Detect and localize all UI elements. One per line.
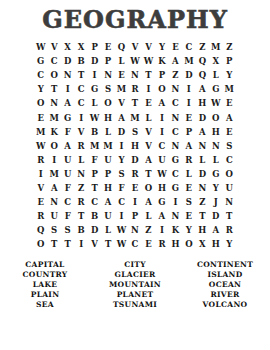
grid-cell[interactable]: O [34,96,47,110]
worksheet-page: GEOGRAPHY WVXXPEQVVYECZMZGCDBDPLWWKAMQXP… [0,0,270,350]
grid-cell[interactable]: D [182,68,195,82]
grid-cell[interactable]: N [47,195,60,209]
grid-cell[interactable]: U [61,167,74,181]
grid-cell[interactable]: A [209,223,222,237]
grid-cell[interactable]: O [47,139,60,153]
grid-cell[interactable]: X [61,40,74,54]
grid-cell[interactable]: T [74,68,87,82]
grid-cell[interactable]: V [74,125,87,139]
grid-cell[interactable]: O [47,68,60,82]
grid-cell[interactable]: Z [196,40,209,54]
grid-cell[interactable]: T [61,237,74,251]
grid-cell[interactable]: Z [74,181,87,195]
grid-cell[interactable]: L [196,153,209,167]
grid-cell[interactable]: A [142,195,155,209]
grid-cell[interactable]: T [142,68,155,82]
grid-cell[interactable]: Y [155,40,168,54]
grid-cell[interactable]: V [88,237,101,251]
grid-cell[interactable]: A [223,110,236,124]
grid-cell[interactable]: D [128,153,141,167]
grid-cell[interactable]: K [155,54,168,68]
grid-cell[interactable]: H [101,181,114,195]
word-list-item: RIVER [180,290,270,300]
grid-cell[interactable]: X [74,40,87,54]
grid-cell[interactable]: I [142,82,155,96]
word-list-item: VOLCANO [180,300,270,310]
grid-cell[interactable]: I [115,209,128,223]
grid-cell[interactable]: I [74,110,87,124]
grid-cell[interactable]: L [142,110,155,124]
grid-cell[interactable]: D [61,54,74,68]
grid-cell[interactable]: E [142,237,155,251]
grid-cell[interactable]: F [88,153,101,167]
grid-cell[interactable]: V [142,125,155,139]
grid-cell[interactable]: N [196,181,209,195]
grid-cell[interactable]: P [182,125,195,139]
grid-cell[interactable]: A [155,209,168,223]
grid-cell[interactable]: H [209,237,222,251]
grid-cell[interactable]: W [209,96,222,110]
grid-cell[interactable]: R [182,153,195,167]
grid-cell[interactable]: V [142,40,155,54]
grid-cell[interactable]: R [34,209,47,223]
grid-cell[interactable]: A [61,139,74,153]
grid-cell[interactable]: P [101,54,114,68]
word-list-item: OCEAN [180,280,270,290]
grid-cell[interactable]: G [169,181,182,195]
grid-cell[interactable]: W [115,223,128,237]
grid-cell[interactable]: T [142,167,155,181]
grid-cell[interactable]: O [223,167,236,181]
grid-cell[interactable]: S [101,82,114,96]
grid-cell[interactable]: O [34,237,47,251]
grid-cell[interactable]: E [34,195,47,209]
grid-cell[interactable]: N [128,223,141,237]
grid-cell[interactable]: D [115,125,128,139]
grid-cell[interactable]: G [209,82,222,96]
grid-cell[interactable]: G [88,82,101,96]
grid-cell[interactable]: U [155,153,168,167]
grid-cell[interactable]: L [101,223,114,237]
grid-cell[interactable]: P [88,167,101,181]
word-list-item: GLACIER [90,270,180,280]
grid-cell[interactable]: E [142,96,155,110]
grid-cell[interactable]: P [223,54,236,68]
grid-cell[interactable]: T [128,96,141,110]
grid-cell[interactable]: N [169,110,182,124]
grid-cell[interactable]: L [209,153,222,167]
grid-cell[interactable]: V [128,40,141,54]
grid-cell[interactable]: L [74,153,87,167]
grid-cell[interactable]: C [88,195,101,209]
grid-cell[interactable]: A [115,110,128,124]
grid-cell[interactable]: V [115,96,128,110]
grid-cell[interactable]: B [88,209,101,223]
grid-cell[interactable]: C [169,125,182,139]
grid-cell[interactable]: E [182,181,195,195]
grid-cell[interactable]: U [101,153,114,167]
grid-cell[interactable]: M [88,139,101,153]
grid-cell[interactable]: D [196,167,209,181]
grid-cell[interactable]: K [47,125,60,139]
grid-cell[interactable]: M [47,110,60,124]
grid-cell[interactable]: O [155,82,168,96]
word-list-item: PLANET [90,290,180,300]
word-list-item: COUNTRY [0,270,90,280]
grid-cell[interactable]: Q [115,40,128,54]
word-list-item: MOUNTAIN [90,280,180,290]
grid-cell[interactable]: C [169,96,182,110]
grid-cell[interactable]: I [128,195,141,209]
grid-cell[interactable]: Q [34,223,47,237]
grid-cell[interactable]: L [209,68,222,82]
grid-cell[interactable]: D [196,110,209,124]
grid-cell[interactable]: H [196,96,209,110]
grid-cell[interactable]: I [182,82,195,96]
grid-cell[interactable]: C [182,40,195,54]
grid-cell[interactable]: L [101,125,114,139]
grid-cell[interactable]: A [182,139,195,153]
grid-cell[interactable]: F [61,125,74,139]
grid-cell[interactable]: N [74,167,87,181]
grid-cell[interactable]: A [142,153,155,167]
grid-cell[interactable]: I [182,96,195,110]
grid-cell[interactable]: A [155,96,168,110]
grid-cell[interactable]: W [142,54,155,68]
grid-cell[interactable]: T [101,237,114,251]
word-list-item: TSUNAMI [90,300,180,310]
word-list-column-2: CITYGLACIERMOUNTAINPLANETTSUNAMI [90,260,180,310]
word-list-item: PLAIN [0,290,90,300]
grid-cell[interactable]: C [115,195,128,209]
grid-cell[interactable]: A [196,82,209,96]
puzzle-title: GEOGRAPHY [0,5,270,34]
grid-cell[interactable]: N [196,139,209,153]
grid-cell[interactable]: Q [196,54,209,68]
grid-cell[interactable]: Z [196,195,209,209]
grid-cell[interactable]: R [74,139,87,153]
grid-cell[interactable]: N [209,139,222,153]
grid-cell[interactable]: A [101,195,114,209]
grid-cell[interactable]: A [169,54,182,68]
grid-cell[interactable]: G [34,54,47,68]
word-list: CAPITALCOUNTRYLAKEPLAINSEA CITYGLACIERMO… [0,260,270,310]
grid-cell[interactable]: Y [223,237,236,251]
grid-cell[interactable]: E [34,110,47,124]
word-list-item: CAPITAL [0,260,90,270]
grid-cell[interactable]: A [47,181,60,195]
grid-cell[interactable]: D [88,223,101,237]
grid-cell[interactable]: F [61,209,74,223]
grid-cell[interactable]: N [47,96,60,110]
grid-cell[interactable]: E [169,40,182,54]
grid-cell[interactable]: V [142,139,155,153]
grid-cell[interactable]: O [209,110,222,124]
grid-cell[interactable]: W [155,167,168,181]
grid-cell[interactable]: N [61,68,74,82]
grid-cell[interactable]: R [155,237,168,251]
grid-cell[interactable]: K [169,223,182,237]
grid-cell[interactable]: I [155,125,168,139]
grid-cell[interactable]: C [61,195,74,209]
grid-cell[interactable]: E [182,110,195,124]
grid-cell[interactable]: G [61,110,74,124]
grid-cell[interactable]: M [128,110,141,124]
grid-cell[interactable]: T [88,181,101,195]
grid-cell[interactable]: L [88,96,101,110]
grid-cell[interactable]: T [196,209,209,223]
grid-cell[interactable]: W [115,237,128,251]
word-search-grid: WVXXPEQVVYECZMZGCDBDPLWWKAMQXPCONTINENTP… [34,40,236,251]
word-list-column-1: CAPITALCOUNTRYLAKEPLAINSEA [0,260,90,310]
grid-cell[interactable]: M [101,139,114,153]
grid-cell[interactable]: D [88,54,101,68]
grid-cell[interactable]: R [74,195,87,209]
grid-cell[interactable]: L [115,54,128,68]
grid-cell[interactable]: H [169,237,182,251]
grid-cell[interactable]: B [88,125,101,139]
grid-cell[interactable]: I [115,139,128,153]
grid-cell[interactable]: U [223,181,236,195]
grid-cell[interactable]: U [47,209,60,223]
word-list-column-3: CONTINENTISLANDOCEANRIVERVOLCANO [180,260,270,310]
grid-cell[interactable]: I [155,110,168,124]
grid-cell[interactable]: W [34,139,47,153]
grid-cell[interactable]: M [182,54,195,68]
grid-cell[interactable]: E [223,125,236,139]
grid-cell[interactable]: C [47,54,60,68]
grid-cell[interactable]: U [101,209,114,223]
grid-cell[interactable]: R [128,82,141,96]
grid-cell[interactable]: Z [223,40,236,54]
grid-cell[interactable]: R [34,153,47,167]
grid-cell[interactable]: N [169,82,182,96]
grid-cell[interactable]: Y [182,223,195,237]
grid-cell[interactable]: I [169,195,182,209]
grid-cell[interactable]: C [155,139,168,153]
grid-cell[interactable]: T [74,209,87,223]
grid-cell[interactable]: Y [223,68,236,82]
grid-cell[interactable]: G [155,195,168,209]
grid-cell[interactable]: O [101,96,114,110]
grid-cell[interactable]: Y [209,181,222,195]
grid-cell[interactable]: N [169,139,182,153]
grid-cell[interactable]: E [101,40,114,54]
grid-cell[interactable]: N [128,68,141,82]
grid-cell[interactable]: M [115,82,128,96]
grid-cell[interactable]: S [128,125,141,139]
grid-cell[interactable]: L [142,209,155,223]
grid-cell[interactable]: J [209,195,222,209]
grid-cell[interactable]: T [223,209,236,223]
grid-cell[interactable]: C [74,82,87,96]
grid-cell[interactable]: H [196,223,209,237]
grid-cell[interactable]: W [128,54,141,68]
grid-cell[interactable]: H [101,110,114,124]
grid-cell[interactable]: N [169,209,182,223]
word-list-item: CONTINENT [180,260,270,270]
word-list-item: ISLAND [180,270,270,280]
grid-cell[interactable]: N [101,68,114,82]
grid-cell[interactable]: Z [169,68,182,82]
grid-cell[interactable]: X [196,237,209,251]
grid-cell[interactable]: I [47,153,60,167]
word-list-item: SEA [0,300,90,310]
grid-cell[interactable]: W [34,40,47,54]
grid-cell[interactable]: T [47,82,60,96]
grid-cell[interactable]: S [61,223,74,237]
grid-cell[interactable]: W [88,110,101,124]
grid-cell[interactable]: O [142,181,155,195]
grid-cell[interactable]: F [115,181,128,195]
grid-cell[interactable]: V [47,40,60,54]
grid-cell[interactable]: U [61,153,74,167]
grid-cell[interactable]: P [88,40,101,54]
grid-cell[interactable]: M [223,82,236,96]
grid-cell[interactable]: P [128,209,141,223]
grid-cell[interactable]: C [34,68,47,82]
grid-cell[interactable]: P [101,167,114,181]
grid-cell[interactable]: C [223,153,236,167]
grid-cell[interactable]: N [223,195,236,209]
grid-cell[interactable]: H [155,181,168,195]
word-list-item: LAKE [0,280,90,290]
grid-cell[interactable]: X [209,54,222,68]
grid-cell[interactable]: R [223,223,236,237]
grid-cell[interactable]: H [128,139,141,153]
grid-cell[interactable]: E [115,68,128,82]
grid-cell[interactable]: H [209,125,222,139]
grid-cell[interactable]: G [209,167,222,181]
grid-cell[interactable]: S [182,195,195,209]
grid-cell[interactable]: C [169,167,182,181]
grid-cell[interactable]: E [223,96,236,110]
word-list-item: CITY [90,260,180,270]
grid-cell[interactable]: Z [142,223,155,237]
grid-cell[interactable]: S [115,167,128,181]
grid-cell[interactable]: P [155,68,168,82]
grid-cell[interactable]: O [182,237,195,251]
grid-cell[interactable]: F [61,181,74,195]
grid-cell[interactable]: E [182,209,195,223]
grid-cell[interactable]: B [74,223,87,237]
grid-cell[interactable]: A [61,96,74,110]
grid-cell[interactable]: M [209,40,222,54]
grid-cell[interactable]: S [223,139,236,153]
grid-cell[interactable]: I [155,223,168,237]
grid-cell[interactable]: I [74,237,87,251]
grid-cell[interactable]: V [34,181,47,195]
grid-cell[interactable]: I [61,82,74,96]
grid-cell[interactable]: T [47,237,60,251]
grid-cell[interactable]: Q [196,68,209,82]
grid-cell[interactable]: M [47,167,60,181]
grid-cell[interactable]: A [196,125,209,139]
grid-cell[interactable]: C [74,96,87,110]
grid-cell[interactable]: M [34,125,47,139]
grid-cell[interactable]: L [182,167,195,181]
grid-cell[interactable]: I [34,167,47,181]
grid-cell[interactable]: Y [34,82,47,96]
grid-cell[interactable]: G [169,153,182,167]
grid-cell[interactable]: B [74,54,87,68]
grid-cell[interactable]: R [128,167,141,181]
grid-cell[interactable]: I [88,68,101,82]
grid-cell[interactable]: D [209,209,222,223]
grid-cell[interactable]: C [128,237,141,251]
grid-cell[interactable]: E [128,181,141,195]
grid-cell[interactable]: Y [115,153,128,167]
grid-cell[interactable]: S [47,223,60,237]
